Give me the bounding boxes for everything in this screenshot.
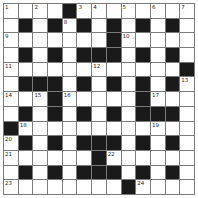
cell-r6-c4-black bbox=[48, 77, 62, 91]
clue-number-10: 10 bbox=[123, 33, 130, 39]
cell-r13-c2[interactable] bbox=[19, 180, 33, 194]
cell-r8-c8-black bbox=[107, 107, 121, 121]
clue-number-9: 9 bbox=[5, 33, 9, 39]
cell-r2-c11[interactable] bbox=[151, 19, 165, 33]
cell-r12-c7-black bbox=[92, 166, 106, 180]
cell-r4-c1[interactable] bbox=[4, 48, 18, 62]
clue-number-17: 17 bbox=[152, 92, 159, 98]
clue-number-4: 4 bbox=[93, 4, 97, 10]
cell-r11-c1[interactable]: 21 bbox=[4, 151, 18, 165]
cell-r5-c1[interactable]: 11 bbox=[4, 63, 18, 77]
cell-r13-c5[interactable] bbox=[63, 180, 77, 194]
cell-r7-c6[interactable] bbox=[77, 92, 91, 106]
cell-r10-c2-black bbox=[19, 136, 33, 150]
clue-number-7: 7 bbox=[181, 4, 185, 10]
cell-r5-c9[interactable] bbox=[122, 63, 136, 77]
cell-r4-c4-black bbox=[48, 48, 62, 62]
cell-r9-c11[interactable]: 19 bbox=[151, 122, 165, 136]
cell-r7-c7[interactable] bbox=[92, 92, 106, 106]
cell-r11-c3[interactable] bbox=[33, 151, 47, 165]
cell-r5-c4[interactable] bbox=[48, 63, 62, 77]
cell-r13-c9-black bbox=[122, 180, 136, 194]
cell-r7-c10-black bbox=[136, 92, 150, 106]
cell-r5-c5[interactable] bbox=[63, 63, 77, 77]
cell-r9-c9[interactable] bbox=[122, 122, 136, 136]
cell-r12-c5[interactable] bbox=[63, 166, 77, 180]
clue-number-21: 21 bbox=[5, 151, 12, 157]
cell-r4-c10-black bbox=[136, 48, 150, 62]
cell-r6-c6-black bbox=[77, 77, 91, 91]
cell-r1-c11[interactable]: 6 bbox=[151, 4, 165, 18]
cell-r13-c11[interactable] bbox=[151, 180, 165, 194]
cell-r5-c10[interactable] bbox=[136, 63, 150, 77]
cell-r1-c13[interactable]: 7 bbox=[180, 4, 194, 18]
cell-r13-c13[interactable] bbox=[180, 180, 194, 194]
cell-r11-c11[interactable] bbox=[151, 151, 165, 165]
cell-r5-c8[interactable] bbox=[107, 63, 121, 77]
cell-r10-c8-black bbox=[107, 136, 121, 150]
cell-r5-c12[interactable] bbox=[166, 63, 180, 77]
cell-r4-c2-black bbox=[19, 48, 33, 62]
cell-r9-c7[interactable] bbox=[92, 122, 106, 136]
cell-r9-c10[interactable] bbox=[136, 122, 150, 136]
cell-r10-c12-black bbox=[166, 136, 180, 150]
cell-r13-c3[interactable] bbox=[33, 180, 47, 194]
cell-r1-c10[interactable] bbox=[136, 4, 150, 18]
cell-r6-c8-black bbox=[107, 77, 121, 91]
cell-r11-c5[interactable] bbox=[63, 151, 77, 165]
cell-r12-c4-black bbox=[48, 166, 62, 180]
cell-r11-c6[interactable] bbox=[77, 151, 91, 165]
cell-r13-c12[interactable] bbox=[166, 180, 180, 194]
cell-r2-c13[interactable] bbox=[180, 19, 194, 33]
cell-r8-c1[interactable] bbox=[4, 107, 18, 121]
cell-r10-c4-black bbox=[48, 136, 62, 150]
cell-r9-c12[interactable] bbox=[166, 122, 180, 136]
cell-r10-c1[interactable]: 20 bbox=[4, 136, 18, 150]
cell-r3-c6[interactable] bbox=[77, 33, 91, 47]
cell-r2-c8-black bbox=[107, 19, 121, 33]
cell-r10-c6-black bbox=[77, 136, 91, 150]
cell-r11-c12[interactable] bbox=[166, 151, 180, 165]
cell-r13-c4[interactable] bbox=[48, 180, 62, 194]
cell-r13-c8[interactable] bbox=[107, 180, 121, 194]
cell-r1-c9[interactable]: 5 bbox=[122, 4, 136, 18]
clue-number-8: 8 bbox=[64, 19, 68, 25]
cell-r2-c12-black bbox=[166, 19, 180, 33]
cell-r7-c9[interactable] bbox=[122, 92, 136, 106]
clue-number-23: 23 bbox=[5, 180, 12, 186]
clue-number-13: 13 bbox=[181, 77, 188, 83]
cell-r3-c11[interactable] bbox=[151, 33, 165, 47]
clue-number-11: 11 bbox=[5, 63, 12, 69]
cell-r2-c10-black bbox=[136, 19, 150, 33]
cell-r8-c12-black bbox=[166, 107, 180, 121]
cell-r9-c5[interactable] bbox=[63, 122, 77, 136]
cell-r12-c10-black bbox=[136, 166, 150, 180]
cell-r2-c7[interactable] bbox=[92, 19, 106, 33]
cell-r12-c11[interactable] bbox=[151, 166, 165, 180]
cell-r10-c11[interactable] bbox=[151, 136, 165, 150]
clue-number-6: 6 bbox=[152, 4, 156, 10]
cell-r1-c3[interactable]: 2 bbox=[33, 4, 47, 18]
clue-number-3: 3 bbox=[78, 4, 82, 10]
cell-r2-c2-black bbox=[19, 19, 33, 33]
clue-number-2: 2 bbox=[34, 4, 38, 10]
cell-r5-c2[interactable] bbox=[19, 63, 33, 77]
cell-r2-c9[interactable] bbox=[122, 19, 136, 33]
cell-r3-c9[interactable]: 10 bbox=[122, 33, 136, 47]
cell-r7-c2[interactable] bbox=[19, 92, 33, 106]
cell-r13-c1[interactable]: 23 bbox=[4, 180, 18, 194]
cell-r8-c2-black bbox=[19, 107, 33, 121]
cell-r9-c6[interactable] bbox=[77, 122, 91, 136]
cell-r4-c11[interactable] bbox=[151, 48, 165, 62]
clue-number-20: 20 bbox=[5, 136, 12, 142]
cell-r4-c9[interactable] bbox=[122, 48, 136, 62]
clue-number-22: 22 bbox=[108, 151, 115, 157]
clue-number-12: 12 bbox=[93, 63, 100, 69]
cell-r1-c2[interactable] bbox=[19, 4, 33, 18]
cell-r8-c7[interactable] bbox=[92, 107, 106, 121]
cell-r7-c1[interactable]: 14 bbox=[4, 92, 18, 106]
clue-number-1: 1 bbox=[5, 4, 9, 10]
cell-r5-c7[interactable]: 12 bbox=[92, 63, 106, 77]
cell-r4-c3[interactable] bbox=[33, 48, 47, 62]
cell-r6-c7[interactable] bbox=[92, 77, 106, 91]
cell-r6-c5[interactable] bbox=[63, 77, 77, 91]
cell-r2-c4-black bbox=[48, 19, 62, 33]
cell-r7-c12[interactable] bbox=[166, 92, 180, 106]
cell-r12-c9[interactable] bbox=[122, 166, 136, 180]
cell-r8-c5[interactable] bbox=[63, 107, 77, 121]
cell-r8-c13[interactable] bbox=[180, 107, 194, 121]
crossword-grid: 123456789101112131415161718192021222324 bbox=[3, 3, 195, 195]
cell-r7-c11[interactable]: 17 bbox=[151, 92, 165, 106]
clue-number-24: 24 bbox=[137, 180, 144, 186]
cell-r6-c2-black bbox=[19, 77, 33, 91]
cell-r9-c4[interactable] bbox=[48, 122, 62, 136]
cell-r7-c8[interactable] bbox=[107, 92, 121, 106]
cell-r12-c2-black bbox=[19, 166, 33, 180]
cell-r3-c5[interactable] bbox=[63, 33, 77, 47]
cell-r7-c4-black bbox=[48, 92, 62, 106]
cell-r11-c10[interactable] bbox=[136, 151, 150, 165]
cell-r3-c4[interactable] bbox=[48, 33, 62, 47]
cell-r1-c6[interactable]: 3 bbox=[77, 4, 91, 18]
cell-r12-c12-black bbox=[166, 166, 180, 180]
cell-r1-c12[interactable] bbox=[166, 4, 180, 18]
cell-r7-c3[interactable]: 15 bbox=[33, 92, 47, 106]
cell-r3-c13[interactable] bbox=[180, 33, 194, 47]
cell-r1-c8[interactable] bbox=[107, 4, 121, 18]
cell-r6-c13[interactable]: 13 bbox=[180, 77, 194, 91]
cell-r12-c3[interactable] bbox=[33, 166, 47, 180]
clue-number-18: 18 bbox=[20, 122, 27, 128]
cell-r8-c4-black bbox=[48, 107, 62, 121]
clue-number-19: 19 bbox=[152, 122, 159, 128]
cell-r4-c13[interactable] bbox=[180, 48, 194, 62]
cell-r13-c6[interactable] bbox=[77, 180, 91, 194]
clue-number-15: 15 bbox=[34, 92, 41, 98]
cell-r10-c10-black bbox=[136, 136, 150, 150]
cell-r11-c13[interactable] bbox=[180, 151, 194, 165]
cell-r3-c8-black bbox=[107, 33, 121, 47]
cell-r7-c13[interactable] bbox=[180, 92, 194, 106]
cell-r12-c1[interactable] bbox=[4, 166, 18, 180]
cell-r3-c3[interactable] bbox=[33, 33, 47, 47]
cell-r4-c6-black bbox=[77, 48, 91, 62]
cell-r8-c9[interactable] bbox=[122, 107, 136, 121]
cell-r2-c1[interactable] bbox=[4, 19, 18, 33]
cell-r5-c11[interactable] bbox=[151, 63, 165, 77]
cell-r3-c1[interactable]: 9 bbox=[4, 33, 18, 47]
cell-r6-c11[interactable] bbox=[151, 77, 165, 91]
cell-r3-c10[interactable] bbox=[136, 33, 150, 47]
clue-number-5: 5 bbox=[123, 4, 127, 10]
cell-r12-c6-black bbox=[77, 166, 91, 180]
cell-r10-c3[interactable] bbox=[33, 136, 47, 150]
cell-r11-c2[interactable] bbox=[19, 151, 33, 165]
cell-r4-c5[interactable] bbox=[63, 48, 77, 62]
cell-r9-c8[interactable] bbox=[107, 122, 121, 136]
cell-r3-c12[interactable] bbox=[166, 33, 180, 47]
clue-number-16: 16 bbox=[64, 92, 71, 98]
cell-r6-c10-black bbox=[136, 77, 150, 91]
cell-r11-c7-black bbox=[92, 151, 106, 165]
cell-r8-c10-black bbox=[136, 107, 150, 121]
cell-r6-c9[interactable] bbox=[122, 77, 136, 91]
cell-r3-c7[interactable] bbox=[92, 33, 106, 47]
cell-r4-c7-black bbox=[92, 48, 106, 62]
cell-r10-c9[interactable] bbox=[122, 136, 136, 150]
cell-r6-c3-black bbox=[33, 77, 47, 91]
cell-r8-c6-black bbox=[77, 107, 91, 121]
cell-r13-c10[interactable]: 24 bbox=[136, 180, 150, 194]
cell-r11-c4[interactable] bbox=[48, 151, 62, 165]
cell-r1-c5-black bbox=[63, 4, 77, 18]
clue-number-14: 14 bbox=[5, 92, 12, 98]
cell-r3-c2[interactable] bbox=[19, 33, 33, 47]
cell-r2-c5[interactable]: 8 bbox=[63, 19, 77, 33]
cell-r8-c3[interactable] bbox=[33, 107, 47, 121]
cell-r6-c1[interactable] bbox=[4, 77, 18, 91]
cell-r4-c8-black bbox=[107, 48, 121, 62]
cell-r13-c7[interactable] bbox=[92, 180, 106, 194]
cell-r1-c1[interactable]: 1 bbox=[4, 4, 18, 18]
cell-r9-c3[interactable] bbox=[33, 122, 47, 136]
cell-r12-c13[interactable] bbox=[180, 166, 194, 180]
cell-r7-c5[interactable]: 16 bbox=[63, 92, 77, 106]
cell-r2-c3[interactable] bbox=[33, 19, 47, 33]
cell-r6-c12-black bbox=[166, 77, 180, 91]
cell-r12-c8-black bbox=[107, 166, 121, 180]
cell-r10-c7-black bbox=[92, 136, 106, 150]
cell-r9-c1-black bbox=[4, 122, 18, 136]
cell-r5-c6[interactable] bbox=[77, 63, 91, 77]
cell-r5-c13-black bbox=[180, 63, 194, 77]
cell-r9-c2[interactable]: 18 bbox=[19, 122, 33, 136]
cell-r11-c9[interactable] bbox=[122, 151, 136, 165]
cell-r10-c13[interactable] bbox=[180, 136, 194, 150]
cell-r10-c5[interactable] bbox=[63, 136, 77, 150]
cell-r9-c13[interactable] bbox=[180, 122, 194, 136]
cell-r4-c12-black bbox=[166, 48, 180, 62]
cell-r5-c3[interactable] bbox=[33, 63, 47, 77]
cell-r1-c7[interactable]: 4 bbox=[92, 4, 106, 18]
cell-r8-c11-black bbox=[151, 107, 165, 121]
cell-r2-c6-black bbox=[77, 19, 91, 33]
cell-r1-c4[interactable] bbox=[48, 4, 62, 18]
cell-r11-c8[interactable]: 22 bbox=[107, 151, 121, 165]
